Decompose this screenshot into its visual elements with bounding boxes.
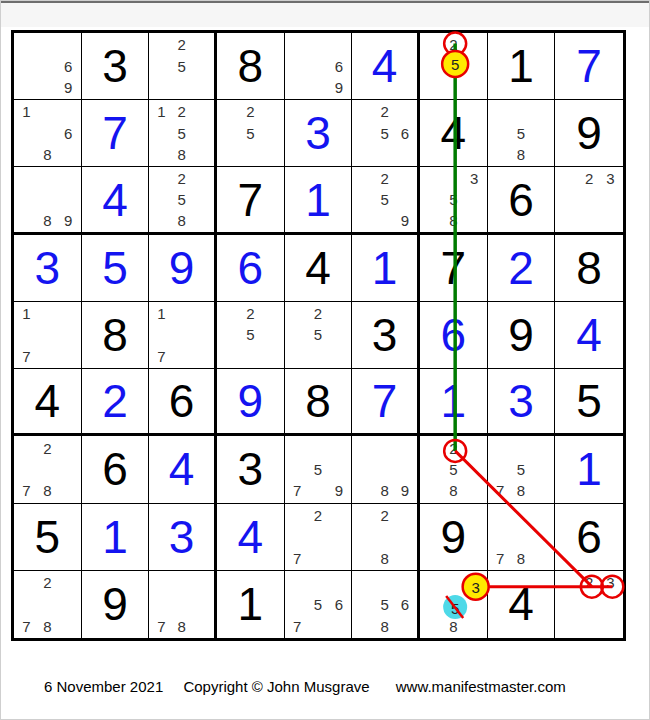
pencil-mark: 1 bbox=[151, 101, 171, 122]
pencil-mark: 8 bbox=[37, 480, 58, 501]
cell-r3c8[interactable]: 6 bbox=[488, 167, 556, 234]
pencil-slot-empty bbox=[490, 437, 511, 458]
pencil-slot-empty bbox=[240, 346, 261, 367]
cell-r1c9[interactable]: 7 bbox=[555, 33, 623, 100]
pencil-slot-empty bbox=[328, 324, 349, 345]
cell-r9c9[interactable]: 23 bbox=[555, 571, 623, 638]
pencil-mark: 2 bbox=[375, 505, 395, 526]
cell-r4c3[interactable]: 9 bbox=[149, 235, 217, 302]
cell-r1c4[interactable]: 8 bbox=[217, 33, 285, 100]
pencil-slot-empty bbox=[354, 437, 374, 458]
cell-r8c3[interactable]: 3 bbox=[149, 504, 217, 571]
cell-r5c1[interactable]: 17 bbox=[14, 302, 82, 369]
pencil-slot-empty bbox=[328, 459, 349, 480]
cell-r6c6[interactable]: 7 bbox=[352, 369, 420, 436]
cell-r7c4[interactable]: 3 bbox=[217, 436, 285, 503]
pencil-slot-empty bbox=[328, 572, 349, 594]
pencil-slot-empty bbox=[58, 459, 79, 480]
pencil-mark: 5 bbox=[308, 459, 329, 480]
pencil-slot-empty bbox=[354, 526, 374, 547]
cell-r9c3[interactable]: 78 bbox=[149, 571, 217, 638]
cell-r8c9[interactable]: 6 bbox=[555, 504, 623, 571]
pencil-slot-empty bbox=[308, 526, 329, 547]
pencil-slot-empty bbox=[192, 615, 212, 637]
pencil-mark: 8 bbox=[375, 547, 395, 568]
pencil-slot-empty bbox=[287, 505, 308, 526]
pencil-slot-empty bbox=[464, 77, 485, 98]
pencil-slot-empty bbox=[192, 210, 212, 231]
pencil-mark: 5 bbox=[443, 594, 464, 616]
pencil-slot-empty bbox=[579, 210, 600, 231]
pencil-slot-empty bbox=[308, 34, 329, 55]
pencil-mark: 2 bbox=[579, 572, 600, 594]
pencil-slot-empty bbox=[37, 55, 58, 76]
pencil-slot-empty bbox=[531, 123, 552, 144]
pencil-mark: 2 bbox=[375, 101, 395, 122]
pencil-slot-empty bbox=[531, 101, 552, 122]
pencil-slot-empty bbox=[308, 547, 329, 568]
pencil-slot-empty bbox=[16, 34, 37, 55]
pencil-mark: 8 bbox=[172, 210, 192, 231]
pencil-slot-empty bbox=[261, 123, 282, 144]
pencil-slot-empty bbox=[58, 572, 79, 594]
cell-r4c7[interactable]: 7 bbox=[420, 235, 488, 302]
cell-r9c2[interactable]: 9 bbox=[82, 571, 150, 638]
pencil-slot-empty bbox=[354, 189, 374, 210]
pencil-slot-empty bbox=[192, 594, 212, 616]
pencil-slot-empty bbox=[557, 615, 578, 637]
pencil-slot-empty bbox=[192, 324, 212, 345]
pencil-slot-empty bbox=[579, 594, 600, 616]
pencil-mark: 7 bbox=[287, 615, 308, 637]
pencil-mark: 9 bbox=[395, 210, 415, 231]
pencil-slot-empty bbox=[172, 346, 192, 367]
pencil-slot-empty bbox=[287, 572, 308, 594]
pencil-slot-empty bbox=[354, 480, 374, 501]
cell-r6c8[interactable]: 3 bbox=[488, 369, 556, 436]
cell-r9c6[interactable]: 568 bbox=[352, 571, 420, 638]
sudoku-solver-page: { "game": "sudoku", "position": "0308040… bbox=[0, 0, 650, 720]
cell-r4c5[interactable]: 4 bbox=[285, 235, 353, 302]
cell-r6c9[interactable]: 5 bbox=[555, 369, 623, 436]
cell-r5c6[interactable]: 3 bbox=[352, 302, 420, 369]
pencil-mark: 8 bbox=[375, 615, 395, 637]
cell-r7c8[interactable]: 578 bbox=[488, 436, 556, 503]
pencil-slot-empty bbox=[557, 210, 578, 231]
pencil-mark: 2 bbox=[443, 437, 464, 458]
pencil-mark: 8 bbox=[511, 547, 532, 568]
cell-r8c5[interactable]: 27 bbox=[285, 504, 353, 571]
pencil-slot-empty bbox=[354, 459, 374, 480]
pencil-slot-empty bbox=[16, 437, 37, 458]
pencil-slot-empty bbox=[395, 144, 415, 165]
cell-r1c1[interactable]: 69 bbox=[14, 33, 82, 100]
pencil-slot-empty bbox=[16, 189, 37, 210]
pencil-mark: 5 bbox=[308, 324, 329, 345]
cell-r2c4[interactable]: 25 bbox=[217, 100, 285, 167]
pencil-slot-empty bbox=[531, 459, 552, 480]
cell-r6c7[interactable]: 1 bbox=[420, 369, 488, 436]
pencil-slot-empty bbox=[151, 210, 171, 231]
pencil-mark: 9 bbox=[58, 77, 79, 98]
pencil-slot-empty bbox=[151, 594, 171, 616]
pencil-slot-empty bbox=[37, 101, 58, 122]
pencil-mark: 3 bbox=[600, 168, 621, 189]
pencil-slot-empty bbox=[600, 615, 621, 637]
pencil-mark: 6 bbox=[58, 55, 79, 76]
pencil-slot-empty bbox=[531, 480, 552, 501]
pencil-mark: 7 bbox=[490, 480, 511, 501]
pencil-slot-empty bbox=[354, 123, 374, 144]
pencil-slot-empty bbox=[395, 572, 415, 594]
pencil-slot-empty bbox=[308, 55, 329, 76]
pencil-slot-empty bbox=[287, 437, 308, 458]
pencil-slot-empty bbox=[464, 615, 485, 637]
pencil-slot-empty bbox=[490, 101, 511, 122]
pencil-slot-empty bbox=[261, 303, 282, 324]
pencil-slot-empty bbox=[16, 572, 37, 594]
pencil-slot-empty bbox=[151, 123, 171, 144]
pencil-mark: 2 bbox=[375, 168, 395, 189]
cell-r5c8[interactable]: 9 bbox=[488, 302, 556, 369]
pencil-slot-empty bbox=[557, 189, 578, 210]
pencil-slot-empty bbox=[354, 101, 374, 122]
pencil-mark: 1 bbox=[151, 303, 171, 324]
cell-r4c8[interactable]: 2 bbox=[488, 235, 556, 302]
cell-r3c3[interactable]: 258 bbox=[149, 167, 217, 234]
pencil-slot-empty bbox=[375, 437, 395, 458]
pencil-slot-empty bbox=[37, 77, 58, 98]
pencil-slot-empty bbox=[328, 526, 349, 547]
pencil-slot-empty bbox=[557, 594, 578, 616]
pencil-slot-empty bbox=[579, 615, 600, 637]
pencil-slot-empty bbox=[464, 437, 485, 458]
pencil-slot-empty bbox=[308, 346, 329, 367]
pencil-mark: 7 bbox=[16, 615, 37, 637]
pencil-slot-empty bbox=[287, 34, 308, 55]
pencil-mark: 6 bbox=[328, 594, 349, 616]
pencil-slot-empty bbox=[58, 168, 79, 189]
pencil-slot-empty bbox=[172, 594, 192, 616]
cell-r1c5[interactable]: 69 bbox=[285, 33, 353, 100]
pencil-slot-empty bbox=[172, 77, 192, 98]
pencil-mark: 9 bbox=[58, 210, 79, 231]
pencil-mark: 2 bbox=[308, 505, 329, 526]
pencil-mark: 5 bbox=[172, 189, 192, 210]
pencil-mark: 5 bbox=[443, 55, 464, 76]
pencil-mark: 5 bbox=[511, 123, 532, 144]
pencil-slot-empty bbox=[192, 55, 212, 76]
pencil-slot-empty bbox=[37, 594, 58, 616]
pencil-mark: 8 bbox=[37, 144, 58, 165]
pencil-slot-empty bbox=[58, 144, 79, 165]
sudoku-board: 6932586942517168712582532564589894258712… bbox=[11, 30, 626, 641]
pencil-slot-empty bbox=[375, 526, 395, 547]
cell-r9c8[interactable]: 4 bbox=[488, 571, 556, 638]
pencil-slot-empty bbox=[37, 459, 58, 480]
pencil-slot-empty bbox=[422, 437, 443, 458]
pencil-slot-empty bbox=[600, 210, 621, 231]
pencil-mark: 2 bbox=[308, 303, 329, 324]
pencil-slot-empty bbox=[464, 55, 485, 76]
pencil-slot-empty bbox=[16, 144, 37, 165]
cell-r1c2[interactable]: 3 bbox=[82, 33, 150, 100]
cell-r2c6[interactable]: 256 bbox=[352, 100, 420, 167]
cell-r6c5[interactable]: 8 bbox=[285, 369, 353, 436]
pencil-slot-empty bbox=[192, 346, 212, 367]
cell-r1c6[interactable]: 4 bbox=[352, 33, 420, 100]
cell-r3c9[interactable]: 23 bbox=[555, 167, 623, 234]
cell-r8c2[interactable]: 1 bbox=[82, 504, 150, 571]
pencil-slot-empty bbox=[422, 572, 443, 594]
pencil-mark: 9 bbox=[328, 77, 349, 98]
pencil-mark: 8 bbox=[37, 615, 58, 637]
pencil-mark: 5 bbox=[240, 123, 261, 144]
pencil-mark: 6 bbox=[328, 55, 349, 76]
pencil-slot-empty bbox=[192, 144, 212, 165]
cell-r1c8[interactable]: 1 bbox=[488, 33, 556, 100]
pencil-slot-empty bbox=[37, 346, 58, 367]
cell-r4c4[interactable]: 6 bbox=[217, 235, 285, 302]
cell-r7c3[interactable]: 4 bbox=[149, 436, 217, 503]
pencil-slot-empty bbox=[192, 101, 212, 122]
cell-r9c4[interactable]: 1 bbox=[217, 571, 285, 638]
cell-r5c3[interactable]: 17 bbox=[149, 302, 217, 369]
pencil-slot-empty bbox=[58, 101, 79, 122]
cell-r4c9[interactable]: 8 bbox=[555, 235, 623, 302]
pencil-slot-empty bbox=[422, 615, 443, 637]
cell-r3c1[interactable]: 89 bbox=[14, 167, 82, 234]
pencil-mark: 5 bbox=[443, 459, 464, 480]
footer-copyright: Copyright © John Musgrave bbox=[183, 678, 369, 695]
pencil-slot-empty bbox=[422, 168, 443, 189]
cell-r5c9[interactable]: 4 bbox=[555, 302, 623, 369]
pencil-slot-empty bbox=[151, 324, 171, 345]
pencil-slot-empty bbox=[192, 168, 212, 189]
pencil-mark: 2 bbox=[172, 34, 192, 55]
cell-r7c5[interactable]: 579 bbox=[285, 436, 353, 503]
pencil-slot-empty bbox=[192, 572, 212, 594]
cell-r8c6[interactable]: 28 bbox=[352, 504, 420, 571]
pencil-mark: 8 bbox=[443, 480, 464, 501]
pencil-slot-empty bbox=[375, 210, 395, 231]
pencil-slot-empty bbox=[328, 615, 349, 637]
pencil-mark: 8 bbox=[172, 615, 192, 637]
pencil-slot-empty bbox=[308, 437, 329, 458]
pencil-slot-empty bbox=[192, 77, 212, 98]
cell-r7c7[interactable]: 258 bbox=[420, 436, 488, 503]
pencil-slot-empty bbox=[16, 594, 37, 616]
pencil-slot-empty bbox=[151, 77, 171, 98]
pencil-slot-empty bbox=[219, 346, 240, 367]
cell-r8c4[interactable]: 4 bbox=[217, 504, 285, 571]
cell-r8c8[interactable]: 78 bbox=[488, 504, 556, 571]
cell-r7c9[interactable]: 1 bbox=[555, 436, 623, 503]
cell-r5c4[interactable]: 25 bbox=[217, 302, 285, 369]
pencil-slot-empty bbox=[490, 123, 511, 144]
pencil-slot-empty bbox=[422, 55, 443, 76]
pencil-slot-empty bbox=[395, 615, 415, 637]
pencil-slot-empty bbox=[395, 189, 415, 210]
pencil-mark: 6 bbox=[395, 123, 415, 144]
pencil-mark: 2 bbox=[443, 34, 464, 55]
cell-r4c6[interactable]: 1 bbox=[352, 235, 420, 302]
pencil-mark: 8 bbox=[443, 615, 464, 637]
cell-r7c1[interactable]: 278 bbox=[14, 436, 82, 503]
pencil-slot-empty bbox=[151, 189, 171, 210]
pencil-mark: 7 bbox=[151, 346, 171, 367]
pencil-slot-empty bbox=[287, 303, 308, 324]
pencil-slot-empty bbox=[58, 34, 79, 55]
pencil-slot-empty bbox=[422, 594, 443, 616]
cell-r9c1[interactable]: 278 bbox=[14, 571, 82, 638]
cell-r7c2[interactable]: 6 bbox=[82, 436, 150, 503]
pencil-slot-empty bbox=[511, 437, 532, 458]
pencil-slot-empty bbox=[511, 505, 532, 526]
pencil-slot-empty bbox=[422, 189, 443, 210]
pencil-slot-empty bbox=[261, 324, 282, 345]
pencil-slot-empty bbox=[58, 303, 79, 324]
cell-r6c4[interactable]: 9 bbox=[217, 369, 285, 436]
pencil-mark: 7 bbox=[151, 615, 171, 637]
pencil-slot-empty bbox=[443, 168, 464, 189]
pencil-slot-empty bbox=[308, 615, 329, 637]
cell-r6c1[interactable]: 4 bbox=[14, 369, 82, 436]
pencil-slot-empty bbox=[395, 168, 415, 189]
pencil-slot-empty bbox=[490, 526, 511, 547]
pencil-slot-empty bbox=[261, 346, 282, 367]
cell-r2c3[interactable]: 1258 bbox=[149, 100, 217, 167]
pencil-mark: 2 bbox=[172, 168, 192, 189]
cell-r2c2[interactable]: 7 bbox=[82, 100, 150, 167]
pencil-slot-empty bbox=[354, 572, 374, 594]
pencil-slot-empty bbox=[395, 459, 415, 480]
pencil-mark: 9 bbox=[395, 480, 415, 501]
pencil-slot-empty bbox=[354, 594, 374, 616]
cell-r8c7[interactable]: 9 bbox=[420, 504, 488, 571]
pencil-slot-empty bbox=[37, 123, 58, 144]
pencil-slot-empty bbox=[557, 168, 578, 189]
pencil-slot-empty bbox=[328, 437, 349, 458]
pencil-mark: 8 bbox=[443, 210, 464, 231]
pencil-slot-empty bbox=[58, 480, 79, 501]
pencil-slot-empty bbox=[531, 505, 552, 526]
pencil-slot-empty bbox=[531, 437, 552, 458]
pencil-mark: 8 bbox=[37, 210, 58, 231]
pencil-slot-empty bbox=[219, 144, 240, 165]
pencil-mark: 7 bbox=[16, 346, 37, 367]
pencil-mark: 5 bbox=[375, 594, 395, 616]
pencil-slot-empty bbox=[579, 189, 600, 210]
pencil-slot-empty bbox=[328, 34, 349, 55]
pencil-slot-empty bbox=[16, 168, 37, 189]
pencil-slot-empty bbox=[192, 189, 212, 210]
cell-r2c7[interactable]: 4 bbox=[420, 100, 488, 167]
pencil-mark: 9 bbox=[328, 480, 349, 501]
pencil-slot-empty bbox=[600, 594, 621, 616]
pencil-slot-empty bbox=[308, 77, 329, 98]
pencil-mark: 5 bbox=[308, 594, 329, 616]
pencil-slot-empty bbox=[443, 572, 464, 594]
pencil-slot-empty bbox=[287, 55, 308, 76]
cell-r9c5[interactable]: 567 bbox=[285, 571, 353, 638]
pencil-slot-empty bbox=[328, 303, 349, 324]
pencil-slot-empty bbox=[151, 572, 171, 594]
pencil-slot-empty bbox=[490, 459, 511, 480]
cell-r9c7[interactable]: 358 bbox=[420, 571, 488, 638]
cell-r2c5[interactable]: 3 bbox=[285, 100, 353, 167]
pencil-slot-empty bbox=[151, 34, 171, 55]
pencil-slot-empty bbox=[354, 168, 374, 189]
cell-r3c6[interactable]: 259 bbox=[352, 167, 420, 234]
pencil-slot-empty bbox=[58, 437, 79, 458]
pencil-slot-empty bbox=[287, 324, 308, 345]
pencil-slot-empty bbox=[192, 123, 212, 144]
cell-r2c9[interactable]: 9 bbox=[555, 100, 623, 167]
pencil-mark: 3 bbox=[464, 168, 485, 189]
cell-r4c1[interactable]: 3 bbox=[14, 235, 82, 302]
cell-r4c2[interactable]: 5 bbox=[82, 235, 150, 302]
pencil-slot-empty bbox=[219, 101, 240, 122]
pencil-slot-empty bbox=[422, 77, 443, 98]
pencil-mark: 5 bbox=[375, 123, 395, 144]
pencil-slot-empty bbox=[511, 101, 532, 122]
pencil-slot-empty bbox=[308, 572, 329, 594]
cell-r1c3[interactable]: 25 bbox=[149, 33, 217, 100]
cell-r5c5[interactable]: 25 bbox=[285, 302, 353, 369]
pencil-slot-empty bbox=[287, 594, 308, 616]
pencil-slot-empty bbox=[192, 34, 212, 55]
pencil-mark: 2 bbox=[240, 303, 261, 324]
pencil-slot-empty bbox=[219, 123, 240, 144]
pencil-mark: 5 bbox=[172, 123, 192, 144]
pencil-mark: 8 bbox=[172, 144, 192, 165]
footer: 6 November 2021 Copyright © John Musgrav… bbox=[44, 678, 566, 695]
pencil-mark: 8 bbox=[511, 144, 532, 165]
cell-r6c2[interactable]: 2 bbox=[82, 369, 150, 436]
cell-r7c6[interactable]: 89 bbox=[352, 436, 420, 503]
pencil-slot-empty bbox=[395, 526, 415, 547]
cell-r3c2[interactable]: 4 bbox=[82, 167, 150, 234]
pencil-slot-empty bbox=[375, 144, 395, 165]
pencil-slot-empty bbox=[219, 303, 240, 324]
cell-r3c4[interactable]: 7 bbox=[217, 167, 285, 234]
pencil-slot-empty bbox=[287, 459, 308, 480]
cell-r5c7[interactable]: 6 bbox=[420, 302, 488, 369]
cell-r2c8[interactable]: 58 bbox=[488, 100, 556, 167]
cell-r1c7[interactable]: 25 bbox=[420, 33, 488, 100]
pencil-slot-empty bbox=[490, 505, 511, 526]
pencil-slot-empty bbox=[287, 526, 308, 547]
pencil-mark: 2 bbox=[579, 168, 600, 189]
pencil-slot-empty bbox=[151, 168, 171, 189]
pencil-slot-empty bbox=[354, 505, 374, 526]
cell-r2c1[interactable]: 168 bbox=[14, 100, 82, 167]
cell-r8c1[interactable]: 5 bbox=[14, 504, 82, 571]
pencil-mark: 8 bbox=[375, 480, 395, 501]
pencil-slot-empty bbox=[422, 34, 443, 55]
cell-r5c2[interactable]: 8 bbox=[82, 302, 150, 369]
pencil-slot-empty bbox=[395, 101, 415, 122]
cell-r3c5[interactable]: 1 bbox=[285, 167, 353, 234]
pencil-slot-empty bbox=[328, 346, 349, 367]
cell-r6c3[interactable]: 6 bbox=[149, 369, 217, 436]
pencil-slot-empty bbox=[192, 303, 212, 324]
page-top-band bbox=[1, 1, 649, 27]
pencil-slot-empty bbox=[490, 144, 511, 165]
pencil-slot-empty bbox=[443, 77, 464, 98]
cell-r3c7[interactable]: 358 bbox=[420, 167, 488, 234]
